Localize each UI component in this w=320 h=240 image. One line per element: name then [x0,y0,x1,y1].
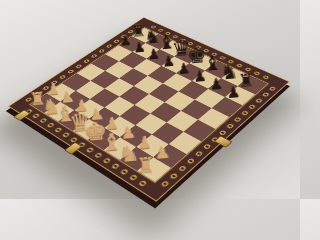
black-pawn-piece: ♟ [222,84,245,101]
square-f5 [165,91,195,110]
white-rook-piece: ♜ [133,154,159,177]
playing-grid: ♜♞♝♛♚♝♞♜♟♟♟♟♟♟♟♟♟♟♟♟♟♟♟♟♜♞♝♛♚♝♞♜ [31,28,268,182]
chess-board: ♜♞♝♛♚♝♞♜♟♟♟♟♟♟♟♟♟♟♟♟♟♟♟♟♜♞♝♛♚♝♞♜ [8,17,290,199]
photo-background: ♜♞♝♛♚♝♞♜♟♟♟♟♟♟♟♟♟♟♟♟♟♟♟♟♜♞♝♛♚♝♞♜ [0,0,300,199]
brass-clasp-icon [13,109,31,121]
brass-clasp-icon [64,142,83,155]
